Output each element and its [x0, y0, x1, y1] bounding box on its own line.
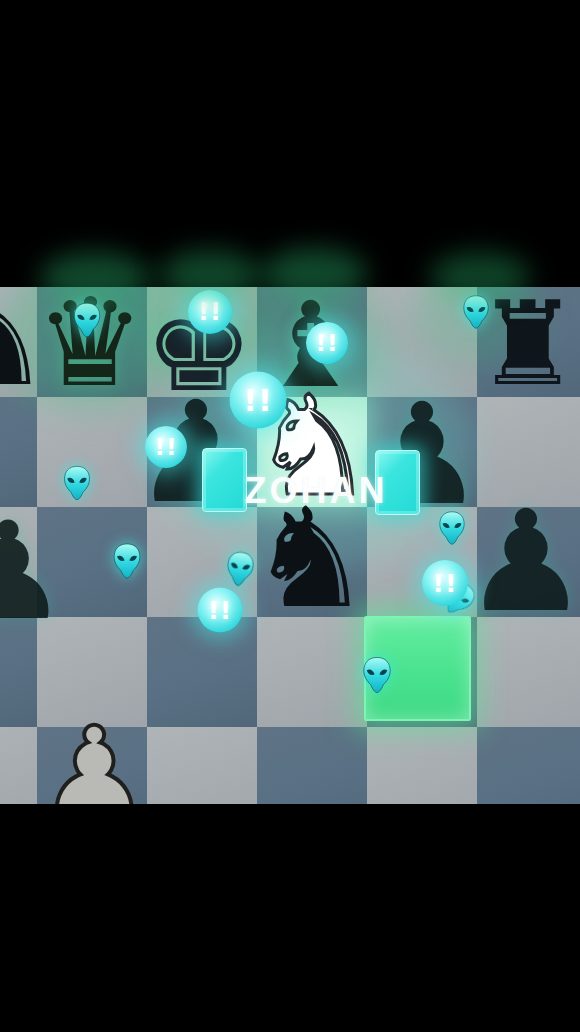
square[interactable]	[147, 727, 257, 804]
exclamation-label: !!	[155, 434, 178, 460]
exclamation-label: !!	[316, 330, 339, 356]
exclamation-bubble: !!	[230, 372, 287, 429]
exclamation-label: !!	[243, 383, 272, 418]
square[interactable]	[367, 727, 477, 804]
cyan-target-rect	[202, 448, 247, 512]
letterbox-top-bar	[0, 0, 580, 287]
alien-skull-icon	[62, 465, 92, 502]
exclamation-bubble: !!	[198, 588, 243, 633]
exclamation-bubble: !!	[188, 290, 232, 334]
square[interactable]	[257, 727, 367, 804]
white-pawn[interactable]: ♟	[38, 710, 150, 805]
exclamation-bubble: !!	[145, 426, 187, 468]
exclamation-label: !!	[208, 596, 232, 624]
square[interactable]	[0, 727, 37, 804]
alien-skull-icon	[72, 301, 102, 339]
black-pawn-partial[interactable]: ♟	[0, 504, 69, 639]
letterbox-bottom-bar	[0, 804, 580, 1032]
video-frame: ♞ ♛ ♚ ♝ ♜ ♟ ♞ ♟ ♟ ♞ ♟ ♟ !! !! !! !! !! !…	[0, 0, 580, 1032]
alien-skull-icon	[361, 656, 393, 695]
alien-skull-icon	[112, 542, 143, 580]
black-rook[interactable]: ♜	[476, 287, 580, 402]
exclamation-label: !!	[433, 569, 458, 598]
watermark-text: ZOHAN	[245, 470, 388, 512]
chess-board-viewport: ♞ ♛ ♚ ♝ ♜ ♟ ♞ ♟ ♟ ♞ ♟ ♟ !! !! !! !! !! !…	[0, 287, 580, 804]
chess-board: ♞ ♛ ♚ ♝ ♜ ♟ ♞ ♟ ♟ ♞ ♟ ♟ !! !! !! !! !! !…	[0, 287, 580, 804]
alien-skull-icon	[462, 294, 491, 330]
square[interactable]	[0, 397, 37, 507]
exclamation-bubble: !!	[306, 322, 348, 364]
alien-skull-icon	[438, 510, 467, 546]
square[interactable]	[147, 617, 257, 727]
black-pawn-shadow[interactable]: ♟	[463, 492, 580, 632]
exclamation-bubble: !!	[422, 560, 468, 606]
exclamation-label: !!	[198, 298, 222, 326]
square[interactable]	[477, 727, 580, 804]
alien-skull-icon	[223, 549, 258, 590]
